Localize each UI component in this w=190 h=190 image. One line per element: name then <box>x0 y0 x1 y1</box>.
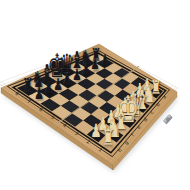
piece-white-pawn-h2[interactable]: ♟ <box>91 122 102 141</box>
piece-black-pawn-c7[interactable]: ♟ <box>81 62 90 78</box>
piece-black-pawn-b7[interactable]: ♟ <box>91 58 100 73</box>
piece-black-pawn-g7[interactable]: ♟ <box>44 81 54 98</box>
pieces-layer: ♜♞♟♝♟♛♟♚♟♝♟♞♟♟♜♜♟♟♟♞♟♝♟♛♟♚♟♝♟♟♞♜ <box>0 0 190 190</box>
piece-black-pawn-d7[interactable]: ♟ <box>72 67 81 83</box>
piece-black-pawn-a7[interactable]: ♟ <box>100 53 109 68</box>
piece-black-rook-h8[interactable]: ♜ <box>22 76 33 95</box>
piece-black-pawn-e7[interactable]: ♟ <box>62 72 72 88</box>
chess-set-product-photo: abcdefgh12345678 ♜♞♟♝♟♛♟♚♟♝♟♞♟♟♜♜♟♟♟♞♟♝♟… <box>0 0 190 190</box>
piece-black-pawn-h7[interactable]: ♟ <box>34 85 44 102</box>
piece-black-pawn-f7[interactable]: ♟ <box>53 76 63 92</box>
piece-white-rook-h1[interactable]: ♜ <box>101 126 114 148</box>
